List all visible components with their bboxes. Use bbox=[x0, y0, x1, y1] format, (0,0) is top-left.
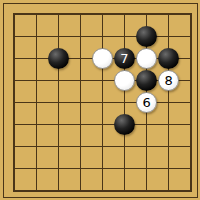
grid-line-horizontal bbox=[13, 124, 192, 125]
grid-line-vertical bbox=[124, 13, 125, 192]
grid-line-horizontal bbox=[13, 146, 192, 147]
black-stone bbox=[114, 114, 135, 135]
grid-line-vertical bbox=[102, 13, 103, 192]
go-board[interactable]: 786 bbox=[0, 0, 200, 200]
move-number: 7 bbox=[120, 52, 128, 65]
grid-line-vertical bbox=[168, 13, 169, 192]
grid-line-vertical bbox=[190, 13, 192, 192]
grid-line-horizontal bbox=[13, 190, 192, 192]
white-stone bbox=[136, 48, 157, 69]
white-stone bbox=[92, 48, 113, 69]
black-stone: 7 bbox=[114, 48, 135, 69]
black-stone bbox=[158, 48, 179, 69]
black-stone bbox=[48, 48, 69, 69]
move-number: 8 bbox=[165, 74, 173, 87]
move-number: 6 bbox=[142, 96, 150, 109]
white-stone: 6 bbox=[136, 92, 157, 113]
grid-line-horizontal bbox=[13, 168, 192, 169]
black-stone bbox=[136, 26, 157, 47]
white-stone: 8 bbox=[158, 70, 179, 91]
white-stone bbox=[114, 70, 135, 91]
black-stone bbox=[136, 70, 157, 91]
